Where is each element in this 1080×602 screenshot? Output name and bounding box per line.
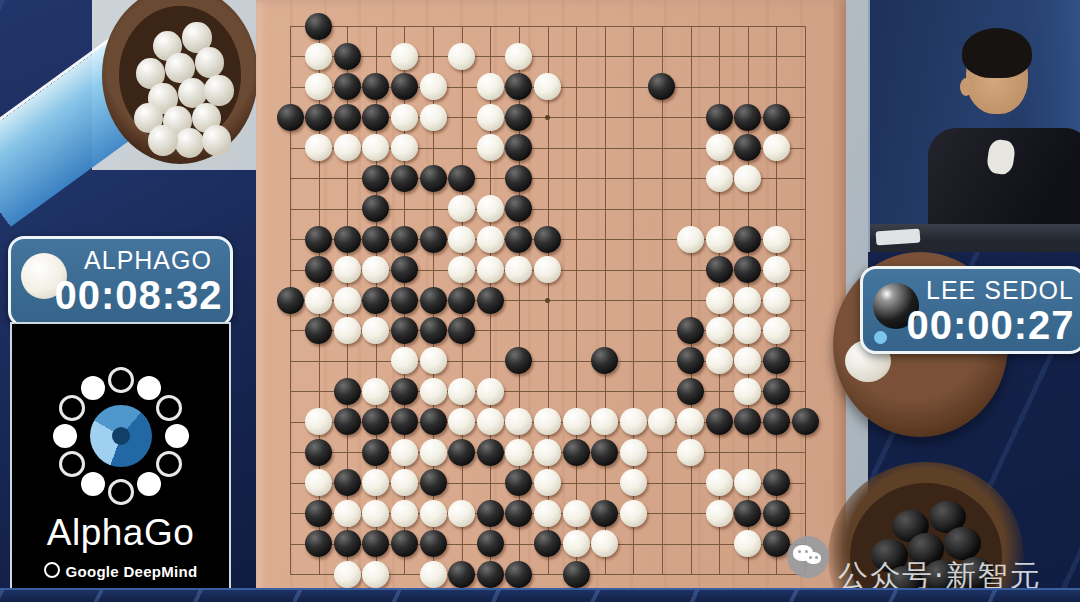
stone-black bbox=[505, 195, 532, 222]
stone-white bbox=[563, 500, 590, 527]
stone-black bbox=[334, 469, 361, 496]
stone-black bbox=[734, 226, 761, 253]
stone-black bbox=[420, 469, 447, 496]
stone-white bbox=[420, 561, 447, 588]
stone-black bbox=[734, 134, 761, 161]
stone-white bbox=[305, 43, 332, 70]
stone-black bbox=[362, 287, 389, 314]
lee-sedol-clock-panel: LEE SEDOL 00:00:27 bbox=[860, 266, 1080, 354]
stone-white bbox=[563, 530, 590, 557]
stone-white bbox=[505, 408, 532, 435]
ring-stone-outline bbox=[108, 367, 134, 393]
stone-black bbox=[362, 165, 389, 192]
stone-white bbox=[334, 287, 361, 314]
stone-white bbox=[420, 378, 447, 405]
ring-stone-filled bbox=[81, 472, 105, 496]
stone-black bbox=[305, 317, 332, 344]
stone-black bbox=[477, 561, 504, 588]
stone-black bbox=[505, 226, 532, 253]
player-hair bbox=[962, 28, 1032, 78]
logo-subtitle: Google DeepMind bbox=[12, 562, 229, 580]
ring-stone-outline bbox=[108, 479, 134, 505]
stone-black bbox=[706, 104, 733, 131]
stone-white bbox=[677, 439, 704, 466]
stone-black bbox=[477, 530, 504, 557]
stone-black bbox=[448, 165, 475, 192]
stone-white bbox=[677, 226, 704, 253]
lee-sedol-video-feed bbox=[868, 0, 1080, 252]
player-ear bbox=[960, 78, 972, 96]
stone-black bbox=[591, 500, 618, 527]
stone-black bbox=[362, 104, 389, 131]
google-logo-icon bbox=[44, 562, 60, 578]
ring-stone-filled bbox=[137, 472, 161, 496]
stone-black bbox=[305, 530, 332, 557]
stone-black bbox=[420, 226, 447, 253]
alphago-clock-panel: ALPHAGO 00:08:32 bbox=[8, 236, 233, 327]
stone-black bbox=[391, 256, 418, 283]
ring-stone-filled bbox=[81, 376, 105, 400]
stone-white bbox=[706, 165, 733, 192]
stone-black bbox=[391, 317, 418, 344]
stone-black bbox=[763, 378, 790, 405]
stone-white bbox=[734, 287, 761, 314]
stone-white bbox=[391, 134, 418, 161]
stone-white bbox=[391, 104, 418, 131]
stone-white bbox=[448, 378, 475, 405]
stone-white bbox=[362, 317, 389, 344]
stone-white bbox=[505, 43, 532, 70]
stone-black bbox=[305, 256, 332, 283]
stone-white bbox=[391, 469, 418, 496]
stone-black bbox=[448, 287, 475, 314]
stone-white bbox=[706, 500, 733, 527]
player-name-lee-sedol: LEE SEDOL bbox=[925, 276, 1075, 305]
go-board bbox=[256, 0, 846, 602]
stone-white bbox=[477, 378, 504, 405]
stone-white bbox=[563, 408, 590, 435]
stone-black bbox=[448, 561, 475, 588]
stone-white bbox=[362, 469, 389, 496]
stone-white bbox=[420, 104, 447, 131]
stone-white bbox=[620, 500, 647, 527]
stone-white bbox=[734, 347, 761, 374]
stone-black bbox=[391, 287, 418, 314]
stone-black bbox=[763, 347, 790, 374]
stone-black bbox=[677, 317, 704, 344]
stone-black bbox=[277, 287, 304, 314]
stone-black bbox=[505, 104, 532, 131]
stone-white bbox=[420, 500, 447, 527]
stone-white bbox=[391, 439, 418, 466]
stone-black bbox=[391, 226, 418, 253]
ring-stone-outline bbox=[59, 451, 85, 477]
stone-white bbox=[477, 226, 504, 253]
stone-black bbox=[677, 378, 704, 405]
stone-black bbox=[362, 439, 389, 466]
ring-stone-outline bbox=[156, 395, 182, 421]
stone-white bbox=[334, 500, 361, 527]
hoshi-point bbox=[545, 115, 550, 120]
stone-black bbox=[420, 287, 447, 314]
stone-white bbox=[620, 469, 647, 496]
ring-stone-filled bbox=[137, 376, 161, 400]
stone-white bbox=[734, 378, 761, 405]
stone-black bbox=[334, 73, 361, 100]
lee-sedol-time: 00:00:27 bbox=[903, 303, 1078, 348]
stone-white bbox=[391, 347, 418, 374]
stone-white bbox=[448, 226, 475, 253]
stone-black bbox=[305, 13, 332, 40]
stone-black bbox=[448, 317, 475, 344]
stone-black bbox=[734, 256, 761, 283]
stone-white bbox=[420, 439, 447, 466]
stone-black bbox=[362, 73, 389, 100]
stone-black bbox=[305, 104, 332, 131]
stone-black bbox=[420, 165, 447, 192]
stone-white bbox=[620, 439, 647, 466]
stone-black bbox=[420, 317, 447, 344]
stone-black bbox=[362, 226, 389, 253]
stone-white bbox=[763, 287, 790, 314]
ring-stone-outline bbox=[156, 451, 182, 477]
stone-black bbox=[648, 73, 675, 100]
stone-black bbox=[305, 226, 332, 253]
stone-white bbox=[734, 469, 761, 496]
stone-black bbox=[277, 104, 304, 131]
stone-black bbox=[477, 500, 504, 527]
ring-stone-filled bbox=[53, 424, 77, 448]
stone-white bbox=[706, 287, 733, 314]
stone-white bbox=[391, 43, 418, 70]
stone-white bbox=[534, 256, 561, 283]
stone-black bbox=[763, 530, 790, 557]
stone-white bbox=[706, 134, 733, 161]
stone-white bbox=[648, 408, 675, 435]
stone-black bbox=[563, 561, 590, 588]
stone-white bbox=[305, 287, 332, 314]
stone-black bbox=[734, 500, 761, 527]
stone-black bbox=[305, 500, 332, 527]
stone-black bbox=[391, 530, 418, 557]
stone-white bbox=[305, 73, 332, 100]
stone-black bbox=[591, 347, 618, 374]
stone-white bbox=[763, 134, 790, 161]
stone-black bbox=[706, 408, 733, 435]
stone-white bbox=[448, 43, 475, 70]
stone-black bbox=[391, 165, 418, 192]
stone-black bbox=[505, 561, 532, 588]
stone-black bbox=[448, 439, 475, 466]
stone-black bbox=[534, 226, 561, 253]
stone-black bbox=[391, 408, 418, 435]
stone-white bbox=[334, 317, 361, 344]
stone-white bbox=[534, 439, 561, 466]
stone-black bbox=[734, 104, 761, 131]
logo-title: AlphaGo bbox=[12, 512, 229, 554]
stone-black bbox=[334, 408, 361, 435]
stone-black bbox=[334, 378, 361, 405]
stone-black bbox=[792, 408, 819, 435]
stone-black bbox=[477, 287, 504, 314]
stone-white bbox=[505, 439, 532, 466]
stone-white bbox=[305, 469, 332, 496]
alphago-swirl-core bbox=[112, 427, 130, 445]
stone-white bbox=[448, 500, 475, 527]
stone-white bbox=[706, 469, 733, 496]
stone-white bbox=[505, 256, 532, 283]
stone-white bbox=[534, 408, 561, 435]
stone-white bbox=[591, 530, 618, 557]
hoshi-point bbox=[545, 298, 550, 303]
stone-black bbox=[505, 347, 532, 374]
stone-white bbox=[362, 256, 389, 283]
stone-white bbox=[477, 134, 504, 161]
stone-white bbox=[706, 226, 733, 253]
stone-white bbox=[362, 561, 389, 588]
stone-white bbox=[534, 500, 561, 527]
stone-black bbox=[334, 104, 361, 131]
stone-black bbox=[477, 439, 504, 466]
stone-black bbox=[563, 439, 590, 466]
stone-white bbox=[477, 73, 504, 100]
stone-white bbox=[534, 73, 561, 100]
stone-white bbox=[448, 195, 475, 222]
stone-white bbox=[706, 347, 733, 374]
stone-white bbox=[420, 73, 447, 100]
stone-black bbox=[763, 469, 790, 496]
stone-white bbox=[420, 347, 447, 374]
stone-white bbox=[763, 226, 790, 253]
stone-white bbox=[763, 317, 790, 344]
stone-black bbox=[362, 530, 389, 557]
stone-black bbox=[420, 530, 447, 557]
stone-white bbox=[706, 317, 733, 344]
stone-black bbox=[591, 439, 618, 466]
stone-white bbox=[477, 256, 504, 283]
stone-black bbox=[505, 73, 532, 100]
stone-white bbox=[734, 317, 761, 344]
stone-black bbox=[391, 73, 418, 100]
wechat-icon bbox=[787, 536, 829, 578]
ring-stone-outline bbox=[59, 395, 85, 421]
stone-white bbox=[477, 408, 504, 435]
stone-white bbox=[620, 408, 647, 435]
stone-white bbox=[591, 408, 618, 435]
stone-white bbox=[334, 561, 361, 588]
stone-black bbox=[391, 378, 418, 405]
stone-white bbox=[677, 408, 704, 435]
stone-white bbox=[362, 378, 389, 405]
stone-black bbox=[362, 408, 389, 435]
stone-black bbox=[763, 104, 790, 131]
stone-black bbox=[362, 195, 389, 222]
stone-black bbox=[763, 500, 790, 527]
ring-stone-filled bbox=[165, 424, 189, 448]
stone-black bbox=[505, 165, 532, 192]
stone-white bbox=[334, 134, 361, 161]
stone-black bbox=[505, 469, 532, 496]
stone-white bbox=[391, 500, 418, 527]
stone-white bbox=[362, 134, 389, 161]
stone-white bbox=[734, 165, 761, 192]
player-name-alphago: ALPHAGO bbox=[73, 246, 223, 275]
stone-black bbox=[305, 439, 332, 466]
stone-white bbox=[305, 134, 332, 161]
bottom-bar bbox=[0, 588, 1080, 602]
alphago-logo-panel: AlphaGo Google DeepMind bbox=[10, 322, 231, 602]
stone-white bbox=[734, 530, 761, 557]
stone-white bbox=[362, 500, 389, 527]
stone-black bbox=[534, 530, 561, 557]
stone-black bbox=[505, 134, 532, 161]
stone-black bbox=[706, 256, 733, 283]
stone-black bbox=[334, 43, 361, 70]
stone-white bbox=[763, 256, 790, 283]
stone-white bbox=[448, 256, 475, 283]
stone-white bbox=[534, 469, 561, 496]
stone-white bbox=[334, 256, 361, 283]
stone-white bbox=[477, 195, 504, 222]
stone-black bbox=[734, 408, 761, 435]
broadcast-frame: { "game": "go", "event": "AlphaGo vs Lee… bbox=[0, 0, 1080, 602]
turn-indicator-dot bbox=[874, 331, 887, 344]
stone-black bbox=[763, 408, 790, 435]
stone-black bbox=[420, 408, 447, 435]
stone-white bbox=[448, 408, 475, 435]
stone-white bbox=[305, 408, 332, 435]
stone-black bbox=[505, 500, 532, 527]
stone-black bbox=[677, 347, 704, 374]
stone-black bbox=[334, 530, 361, 557]
alphago-time: 00:08:32 bbox=[51, 273, 226, 318]
stone-white bbox=[477, 104, 504, 131]
stone-black bbox=[334, 226, 361, 253]
